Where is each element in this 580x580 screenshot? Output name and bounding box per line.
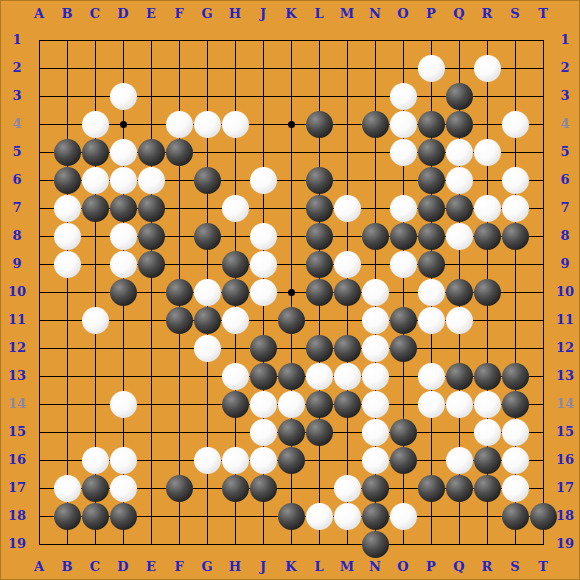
white-stone-E6 xyxy=(138,167,165,194)
white-stone-J15 xyxy=(250,419,277,446)
black-stone-R16 xyxy=(474,447,501,474)
white-stone-P14 xyxy=(418,391,445,418)
white-stone-H11 xyxy=(222,307,249,334)
black-stone-O11 xyxy=(390,307,417,334)
black-stone-G11 xyxy=(194,307,221,334)
coordinate-label-6: 6 xyxy=(551,172,579,188)
black-stone-J12 xyxy=(250,335,277,362)
coordinate-label-3: 3 xyxy=(551,88,579,104)
star-point xyxy=(120,121,127,128)
black-stone-H10 xyxy=(222,279,249,306)
white-stone-D3 xyxy=(110,83,137,110)
coordinate-label-Q: Q xyxy=(445,559,473,575)
white-stone-K14 xyxy=(278,391,305,418)
black-stone-C17 xyxy=(82,475,109,502)
coordinate-label-D: D xyxy=(109,6,137,22)
black-stone-L9 xyxy=(306,251,333,278)
white-stone-P11 xyxy=(418,307,445,334)
white-stone-M9 xyxy=(334,251,361,278)
coordinate-label-K: K xyxy=(277,559,305,575)
coordinate-label-18: 18 xyxy=(3,508,31,524)
white-stone-S17 xyxy=(502,475,529,502)
coordinate-label-F: F xyxy=(165,559,193,575)
black-stone-L7 xyxy=(306,195,333,222)
black-stone-K13 xyxy=(278,363,305,390)
coordinate-label-O: O xyxy=(389,6,417,22)
black-stone-F17 xyxy=(166,475,193,502)
coordinate-label-17: 17 xyxy=(3,480,31,496)
white-stone-R14 xyxy=(474,391,501,418)
white-stone-J9 xyxy=(250,251,277,278)
white-stone-S4 xyxy=(502,111,529,138)
coordinate-label-14: 14 xyxy=(551,396,579,412)
coordinate-label-H: H xyxy=(221,6,249,22)
black-stone-E8 xyxy=(138,223,165,250)
white-stone-H16 xyxy=(222,447,249,474)
coordinate-label-Q: Q xyxy=(445,6,473,22)
coordinate-label-H: H xyxy=(221,559,249,575)
black-stone-H17 xyxy=(222,475,249,502)
star-point xyxy=(288,121,295,128)
black-stone-K11 xyxy=(278,307,305,334)
black-stone-L12 xyxy=(306,335,333,362)
white-stone-Q5 xyxy=(446,139,473,166)
coordinate-label-12: 12 xyxy=(3,340,31,356)
coordinate-label-R: R xyxy=(473,6,501,22)
coordinate-label-3: 3 xyxy=(3,88,31,104)
coordinate-label-5: 5 xyxy=(3,144,31,160)
black-stone-M10 xyxy=(334,279,361,306)
black-stone-L4 xyxy=(306,111,333,138)
black-stone-C5 xyxy=(82,139,109,166)
white-stone-O3 xyxy=(390,83,417,110)
black-stone-K16 xyxy=(278,447,305,474)
coordinate-label-P: P xyxy=(417,559,445,575)
black-stone-N8 xyxy=(362,223,389,250)
white-stone-L13 xyxy=(306,363,333,390)
black-stone-F10 xyxy=(166,279,193,306)
coordinate-label-G: G xyxy=(193,559,221,575)
white-stone-O5 xyxy=(390,139,417,166)
white-stone-N14 xyxy=(362,391,389,418)
black-stone-F11 xyxy=(166,307,193,334)
black-stone-Q4 xyxy=(446,111,473,138)
coordinate-label-8: 8 xyxy=(3,228,31,244)
coordinate-label-2: 2 xyxy=(3,60,31,76)
coordinate-label-12: 12 xyxy=(551,340,579,356)
coordinate-label-M: M xyxy=(333,559,361,575)
coordinate-label-M: M xyxy=(333,6,361,22)
coordinate-label-B: B xyxy=(53,559,81,575)
black-stone-J17 xyxy=(250,475,277,502)
black-stone-R10 xyxy=(474,279,501,306)
white-stone-O9 xyxy=(390,251,417,278)
coordinate-label-N: N xyxy=(361,559,389,575)
black-stone-P17 xyxy=(418,475,445,502)
black-stone-K15 xyxy=(278,419,305,446)
black-stone-R17 xyxy=(474,475,501,502)
black-stone-S8 xyxy=(502,223,529,250)
coordinate-label-L: L xyxy=(305,6,333,22)
coordinate-label-16: 16 xyxy=(551,452,579,468)
coordinate-label-F: F xyxy=(165,6,193,22)
white-stone-H4 xyxy=(222,111,249,138)
white-stone-R5 xyxy=(474,139,501,166)
black-stone-L14 xyxy=(306,391,333,418)
black-stone-N17 xyxy=(362,475,389,502)
white-stone-D9 xyxy=(110,251,137,278)
black-stone-J13 xyxy=(250,363,277,390)
white-stone-N13 xyxy=(362,363,389,390)
coordinate-label-1: 1 xyxy=(551,32,579,48)
white-stone-O18 xyxy=(390,503,417,530)
white-stone-N16 xyxy=(362,447,389,474)
black-stone-S18 xyxy=(502,503,529,530)
black-stone-K18 xyxy=(278,503,305,530)
white-stone-H7 xyxy=(222,195,249,222)
black-stone-B18 xyxy=(54,503,81,530)
coordinate-label-E: E xyxy=(137,559,165,575)
grid-line-vertical xyxy=(543,40,544,545)
white-stone-B9 xyxy=(54,251,81,278)
black-stone-B6 xyxy=(54,167,81,194)
coordinate-label-13: 13 xyxy=(3,368,31,384)
coordinate-label-N: N xyxy=(361,6,389,22)
white-stone-O7 xyxy=(390,195,417,222)
coordinate-label-15: 15 xyxy=(551,424,579,440)
white-stone-S16 xyxy=(502,447,529,474)
white-stone-G12 xyxy=(194,335,221,362)
white-stone-O4 xyxy=(390,111,417,138)
white-stone-Q14 xyxy=(446,391,473,418)
white-stone-D8 xyxy=(110,223,137,250)
coordinate-label-4: 4 xyxy=(3,116,31,132)
black-stone-O15 xyxy=(390,419,417,446)
coordinate-label-19: 19 xyxy=(3,536,31,552)
white-stone-M7 xyxy=(334,195,361,222)
coordinate-label-E: E xyxy=(137,6,165,22)
coordinate-label-7: 7 xyxy=(3,200,31,216)
coordinate-label-1: 1 xyxy=(3,32,31,48)
white-stone-P10 xyxy=(418,279,445,306)
coordinate-label-13: 13 xyxy=(551,368,579,384)
white-stone-Q16 xyxy=(446,447,473,474)
white-stone-C4 xyxy=(82,111,109,138)
white-stone-C6 xyxy=(82,167,109,194)
white-stone-D14 xyxy=(110,391,137,418)
black-stone-L8 xyxy=(306,223,333,250)
white-stone-S7 xyxy=(502,195,529,222)
white-stone-D6 xyxy=(110,167,137,194)
white-stone-D16 xyxy=(110,447,137,474)
coordinate-label-17: 17 xyxy=(551,480,579,496)
black-stone-O12 xyxy=(390,335,417,362)
black-stone-B5 xyxy=(54,139,81,166)
black-stone-N18 xyxy=(362,503,389,530)
go-app-window: ABCDEFGHJKLMNOPQRST ABCDEFGHJKLMNOPQRST … xyxy=(0,0,580,580)
black-stone-Q3 xyxy=(446,83,473,110)
coordinate-label-C: C xyxy=(81,6,109,22)
grid-line-horizontal xyxy=(39,348,544,349)
black-stone-F5 xyxy=(166,139,193,166)
white-stone-Q8 xyxy=(446,223,473,250)
black-stone-G6 xyxy=(194,167,221,194)
white-stone-J8 xyxy=(250,223,277,250)
black-stone-P4 xyxy=(418,111,445,138)
black-stone-P9 xyxy=(418,251,445,278)
white-stone-P2 xyxy=(418,55,445,82)
white-stone-R7 xyxy=(474,195,501,222)
black-stone-L10 xyxy=(306,279,333,306)
black-stone-H14 xyxy=(222,391,249,418)
black-stone-D7 xyxy=(110,195,137,222)
black-stone-T18 xyxy=(530,503,557,530)
black-stone-Q10 xyxy=(446,279,473,306)
coordinate-label-9: 9 xyxy=(3,256,31,272)
coordinate-label-R: R xyxy=(473,559,501,575)
black-stone-R8 xyxy=(474,223,501,250)
coordinate-label-2: 2 xyxy=(551,60,579,76)
black-stone-P6 xyxy=(418,167,445,194)
white-stone-Q11 xyxy=(446,307,473,334)
black-stone-Q17 xyxy=(446,475,473,502)
white-stone-N10 xyxy=(362,279,389,306)
white-stone-C11 xyxy=(82,307,109,334)
white-stone-F4 xyxy=(166,111,193,138)
black-stone-D18 xyxy=(110,503,137,530)
black-stone-C18 xyxy=(82,503,109,530)
black-stone-E7 xyxy=(138,195,165,222)
white-stone-G4 xyxy=(194,111,221,138)
coordinate-label-S: S xyxy=(501,559,529,575)
white-stone-S6 xyxy=(502,167,529,194)
white-stone-M18 xyxy=(334,503,361,530)
white-stone-J14 xyxy=(250,391,277,418)
black-stone-R13 xyxy=(474,363,501,390)
coordinate-label-J: J xyxy=(249,559,277,575)
white-stone-N11 xyxy=(362,307,389,334)
coordinate-label-S: S xyxy=(501,6,529,22)
white-stone-M17 xyxy=(334,475,361,502)
coordinate-label-T: T xyxy=(529,6,557,22)
black-stone-S14 xyxy=(502,391,529,418)
coordinate-label-L: L xyxy=(305,559,333,575)
black-stone-M12 xyxy=(334,335,361,362)
coordinate-label-14: 14 xyxy=(3,396,31,412)
black-stone-E9 xyxy=(138,251,165,278)
black-stone-D10 xyxy=(110,279,137,306)
black-stone-M14 xyxy=(334,391,361,418)
black-stone-P7 xyxy=(418,195,445,222)
coordinate-label-8: 8 xyxy=(551,228,579,244)
white-stone-D5 xyxy=(110,139,137,166)
white-stone-H13 xyxy=(222,363,249,390)
black-stone-Q7 xyxy=(446,195,473,222)
white-stone-S15 xyxy=(502,419,529,446)
black-stone-L15 xyxy=(306,419,333,446)
black-stone-P8 xyxy=(418,223,445,250)
white-stone-C16 xyxy=(82,447,109,474)
black-stone-O16 xyxy=(390,447,417,474)
black-stone-E5 xyxy=(138,139,165,166)
coordinate-label-4: 4 xyxy=(551,116,579,132)
white-stone-R15 xyxy=(474,419,501,446)
coordinate-label-11: 11 xyxy=(551,312,579,328)
black-stone-G8 xyxy=(194,223,221,250)
white-stone-B17 xyxy=(54,475,81,502)
coordinate-label-7: 7 xyxy=(551,200,579,216)
coordinate-label-15: 15 xyxy=(3,424,31,440)
coordinate-label-10: 10 xyxy=(551,284,579,300)
coordinate-label-6: 6 xyxy=(3,172,31,188)
white-stone-B7 xyxy=(54,195,81,222)
white-stone-R2 xyxy=(474,55,501,82)
white-stone-J6 xyxy=(250,167,277,194)
black-stone-P5 xyxy=(418,139,445,166)
coordinate-label-G: G xyxy=(193,6,221,22)
coordinate-label-C: C xyxy=(81,559,109,575)
coordinate-label-B: B xyxy=(53,6,81,22)
white-stone-D17 xyxy=(110,475,137,502)
white-stone-J16 xyxy=(250,447,277,474)
coordinate-label-16: 16 xyxy=(3,452,31,468)
white-stone-N15 xyxy=(362,419,389,446)
black-stone-S13 xyxy=(502,363,529,390)
white-stone-N12 xyxy=(362,335,389,362)
white-stone-M13 xyxy=(334,363,361,390)
coordinate-label-D: D xyxy=(109,559,137,575)
coordinate-label-9: 9 xyxy=(551,256,579,272)
black-stone-C7 xyxy=(82,195,109,222)
coordinate-label-J: J xyxy=(249,6,277,22)
coordinate-label-O: O xyxy=(389,559,417,575)
coordinate-label-P: P xyxy=(417,6,445,22)
grid-line-horizontal xyxy=(39,544,544,545)
white-stone-L18 xyxy=(306,503,333,530)
coordinate-label-T: T xyxy=(529,559,557,575)
white-stone-J10 xyxy=(250,279,277,306)
black-stone-O8 xyxy=(390,223,417,250)
black-stone-H9 xyxy=(222,251,249,278)
coordinate-label-A: A xyxy=(25,6,53,22)
white-stone-P13 xyxy=(418,363,445,390)
white-stone-B8 xyxy=(54,223,81,250)
white-stone-G16 xyxy=(194,447,221,474)
coordinate-label-K: K xyxy=(277,6,305,22)
white-stone-Q6 xyxy=(446,167,473,194)
black-stone-L6 xyxy=(306,167,333,194)
black-stone-Q13 xyxy=(446,363,473,390)
black-stone-N19 xyxy=(362,531,389,558)
white-stone-G10 xyxy=(194,279,221,306)
coordinate-label-19: 19 xyxy=(551,536,579,552)
star-point xyxy=(288,289,295,296)
coordinate-label-11: 11 xyxy=(3,312,31,328)
coordinate-label-A: A xyxy=(25,559,53,575)
coordinate-label-10: 10 xyxy=(3,284,31,300)
coordinate-label-5: 5 xyxy=(551,144,579,160)
black-stone-N4 xyxy=(362,111,389,138)
